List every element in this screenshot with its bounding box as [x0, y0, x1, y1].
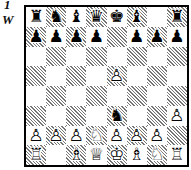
white-knight-piece[interactable]: ♞♘ [86, 126, 106, 146]
white-pawn-piece[interactable]: ♟♙ [66, 126, 86, 146]
black-pawn-piece[interactable]: ♟♟ [66, 27, 86, 47]
white-queen-piece[interactable]: ♛♕ [86, 145, 106, 165]
square-h6[interactable] [167, 47, 187, 67]
white-bishop-piece[interactable]: ♝♗ [127, 145, 147, 165]
black-knight-piece[interactable]: ♞♞ [46, 7, 66, 27]
white-rook-piece[interactable]: ♜♖ [167, 145, 187, 165]
black-pawn-piece[interactable]: ♟♟ [147, 27, 167, 47]
white-pawn-piece[interactable]: ♟♙ [26, 126, 46, 146]
square-a3[interactable] [26, 106, 46, 126]
square-h7[interactable]: ♟♟ [167, 27, 187, 47]
square-d2[interactable]: ♞♘ [86, 126, 106, 146]
square-g8[interactable] [147, 7, 167, 27]
square-h8[interactable]: ♜♜ [167, 7, 187, 27]
square-b1[interactable] [46, 145, 66, 165]
black-pawn-piece[interactable]: ♟♟ [46, 27, 66, 47]
square-a2[interactable]: ♟♙ [26, 126, 46, 146]
black-queen-piece[interactable]: ♛♛ [86, 7, 106, 27]
square-f1[interactable]: ♝♗ [127, 145, 147, 165]
square-g5[interactable] [147, 66, 167, 86]
square-a7[interactable]: ♟♟ [26, 27, 46, 47]
black-pawn-piece[interactable]: ♟♟ [26, 27, 46, 47]
square-d4[interactable] [86, 86, 106, 106]
square-f8[interactable]: ♝♝ [127, 7, 147, 27]
square-b7[interactable]: ♟♟ [46, 27, 66, 47]
square-a8[interactable]: ♜♜ [26, 7, 46, 27]
square-c4[interactable] [66, 86, 86, 106]
square-b5[interactable] [46, 66, 66, 86]
square-g2[interactable]: ♟♙ [147, 126, 167, 146]
square-b8[interactable]: ♞♞ [46, 7, 66, 27]
white-pawn-piece[interactable]: ♟♙ [46, 126, 66, 146]
square-h2[interactable] [167, 126, 187, 146]
black-rook-piece[interactable]: ♜♜ [26, 7, 46, 27]
square-f7[interactable]: ♟♟ [127, 27, 147, 47]
square-g7[interactable]: ♟♟ [147, 27, 167, 47]
square-f4[interactable] [127, 86, 147, 106]
side-to-move-indicator: W [2, 12, 14, 28]
square-f6[interactable] [127, 47, 147, 67]
white-king-piece[interactable]: ♚♔ [107, 145, 127, 165]
white-pawn-piece[interactable]: ♟♙ [167, 106, 187, 126]
square-a4[interactable] [26, 86, 46, 106]
square-f3[interactable] [127, 106, 147, 126]
square-e2[interactable]: ♟♙ [107, 126, 127, 146]
white-rook-piece[interactable]: ♜♖ [26, 145, 46, 165]
square-c2[interactable]: ♟♙ [66, 126, 86, 146]
white-knight-piece[interactable]: ♞♘ [147, 145, 167, 165]
square-c3[interactable] [66, 106, 86, 126]
square-a5[interactable] [26, 66, 46, 86]
black-pawn-piece[interactable]: ♟♟ [86, 27, 106, 47]
white-pawn-piece[interactable]: ♟♙ [107, 126, 127, 146]
square-h3[interactable]: ♟♙ [167, 106, 187, 126]
square-e5[interactable]: ♟♙ [107, 66, 127, 86]
square-e7[interactable] [107, 27, 127, 47]
square-g1[interactable]: ♞♘ [147, 145, 167, 165]
square-e1[interactable]: ♚♔ [107, 145, 127, 165]
square-g3[interactable] [147, 106, 167, 126]
square-f5[interactable] [127, 66, 147, 86]
square-c1[interactable]: ♝♗ [66, 145, 86, 165]
square-c8[interactable]: ♝♝ [66, 7, 86, 27]
black-knight-piece[interactable]: ♞♞ [107, 106, 127, 126]
black-bishop-piece[interactable]: ♝♝ [127, 7, 147, 27]
square-d5[interactable] [86, 66, 106, 86]
square-d8[interactable]: ♛♛ [86, 7, 106, 27]
square-e4[interactable] [107, 86, 127, 106]
black-bishop-piece[interactable]: ♝♝ [66, 7, 86, 27]
square-b4[interactable] [46, 86, 66, 106]
square-e8[interactable]: ♚♚ [107, 7, 127, 27]
square-g6[interactable] [147, 47, 167, 67]
black-king-piece[interactable]: ♚♚ [107, 7, 127, 27]
square-c5[interactable] [66, 66, 86, 86]
square-g4[interactable] [147, 86, 167, 106]
square-d7[interactable]: ♟♟ [86, 27, 106, 47]
chess-board: ♜♜♞♞♝♝♛♛♚♚♝♝♜♜♟♟♟♟♟♟♟♟♟♟♟♟♟♟♟♙♞♞♟♙♟♙♟♙♟♙… [24, 5, 189, 167]
square-b6[interactable] [46, 47, 66, 67]
square-f2[interactable]: ♟♙ [127, 126, 147, 146]
square-d3[interactable] [86, 106, 106, 126]
square-h4[interactable] [167, 86, 187, 106]
white-pawn-piece[interactable]: ♟♙ [127, 126, 147, 146]
square-h1[interactable]: ♜♖ [167, 145, 187, 165]
black-pawn-piece[interactable]: ♟♟ [167, 27, 187, 47]
square-e3[interactable]: ♞♞ [107, 106, 127, 126]
white-pawn-piece[interactable]: ♟♙ [147, 126, 167, 146]
page: 1 W ♜♜♞♞♝♝♛♛♚♚♝♝♜♜♟♟♟♟♟♟♟♟♟♟♟♟♟♟♟♙♞♞♟♙♟♙… [0, 0, 191, 170]
square-e6[interactable] [107, 47, 127, 67]
white-pawn-piece[interactable]: ♟♙ [107, 66, 127, 86]
square-c6[interactable] [66, 47, 86, 67]
square-c7[interactable]: ♟♟ [66, 27, 86, 47]
square-a1[interactable]: ♜♖ [26, 145, 46, 165]
white-bishop-piece[interactable]: ♝♗ [66, 145, 86, 165]
square-h5[interactable] [167, 66, 187, 86]
black-pawn-piece[interactable]: ♟♟ [127, 27, 147, 47]
black-rook-piece[interactable]: ♜♜ [167, 7, 187, 27]
square-b3[interactable] [46, 106, 66, 126]
square-d6[interactable] [86, 47, 106, 67]
square-d1[interactable]: ♛♕ [86, 145, 106, 165]
square-a6[interactable] [26, 47, 46, 67]
square-b2[interactable]: ♟♙ [46, 126, 66, 146]
